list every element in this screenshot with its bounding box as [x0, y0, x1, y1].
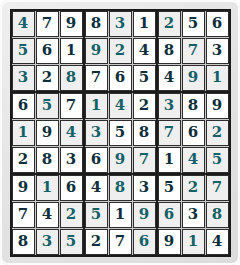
cell-r3c9[interactable]: 1 [206, 65, 229, 91]
cell-r3c2[interactable]: 2 [36, 65, 59, 91]
cell-r3c1[interactable]: 3 [12, 65, 35, 91]
cell-r8c1[interactable]: 7 [12, 202, 35, 228]
cell-r7c7[interactable]: 5 [158, 175, 181, 201]
cell-r4c5[interactable]: 4 [109, 93, 132, 119]
cell-r6c9[interactable]: 5 [206, 147, 229, 173]
cell-r4c3[interactable]: 7 [60, 93, 83, 119]
cell-r9c7[interactable]: 9 [158, 229, 181, 255]
cell-r5c8[interactable]: 6 [182, 120, 205, 146]
cell-r1c4[interactable]: 8 [85, 11, 108, 37]
cell-r5c3[interactable]: 4 [60, 120, 83, 146]
cell-r3c3[interactable]: 8 [60, 65, 83, 91]
cell-r5c5[interactable]: 5 [109, 120, 132, 146]
block-1: 479561328 [12, 11, 83, 91]
cell-r7c8[interactable]: 2 [182, 175, 205, 201]
cell-r3c5[interactable]: 6 [109, 65, 132, 91]
cell-r2c8[interactable]: 7 [182, 38, 205, 64]
cell-r6c1[interactable]: 2 [12, 147, 35, 173]
cell-r2c3[interactable]: 1 [60, 38, 83, 64]
cell-r2c6[interactable]: 4 [133, 38, 156, 64]
cell-r5c6[interactable]: 8 [133, 120, 156, 146]
cell-r1c8[interactable]: 5 [182, 11, 205, 37]
cell-r5c2[interactable]: 9 [36, 120, 59, 146]
cell-r8c2[interactable]: 4 [36, 202, 59, 228]
cell-r6c8[interactable]: 4 [182, 147, 205, 173]
cell-r9c1[interactable]: 8 [12, 229, 35, 255]
sudoku-card: 4795613288319247652568734916571942831423… [0, 0, 240, 265]
cell-r6c7[interactable]: 1 [158, 147, 181, 173]
cell-r8c4[interactable]: 5 [85, 202, 108, 228]
block-6: 389762145 [158, 93, 229, 173]
cell-r9c6[interactable]: 6 [133, 229, 156, 255]
cell-r4c8[interactable]: 8 [182, 93, 205, 119]
cell-r8c3[interactable]: 2 [60, 202, 83, 228]
cell-r4c4[interactable]: 1 [85, 93, 108, 119]
cell-r7c9[interactable]: 7 [206, 175, 229, 201]
cell-r8c7[interactable]: 6 [158, 202, 181, 228]
cell-r2c1[interactable]: 5 [12, 38, 35, 64]
cell-r2c9[interactable]: 3 [206, 38, 229, 64]
cell-r6c5[interactable]: 9 [109, 147, 132, 173]
cell-r2c2[interactable]: 6 [36, 38, 59, 64]
cell-r7c4[interactable]: 4 [85, 175, 108, 201]
cell-r1c1[interactable]: 4 [12, 11, 35, 37]
cell-r3c7[interactable]: 4 [158, 65, 181, 91]
cell-r9c3[interactable]: 5 [60, 229, 83, 255]
cell-r1c6[interactable]: 1 [133, 11, 156, 37]
cell-r7c2[interactable]: 1 [36, 175, 59, 201]
cell-r5c7[interactable]: 7 [158, 120, 181, 146]
cell-r3c6[interactable]: 5 [133, 65, 156, 91]
cell-r9c5[interactable]: 7 [109, 229, 132, 255]
cell-r5c4[interactable]: 3 [85, 120, 108, 146]
cell-r7c6[interactable]: 3 [133, 175, 156, 201]
cell-r4c9[interactable]: 9 [206, 93, 229, 119]
cell-r8c8[interactable]: 3 [182, 202, 205, 228]
cell-r4c6[interactable]: 2 [133, 93, 156, 119]
cell-r1c7[interactable]: 2 [158, 11, 181, 37]
cell-r6c6[interactable]: 7 [133, 147, 156, 173]
cell-r7c3[interactable]: 6 [60, 175, 83, 201]
block-3: 256873491 [158, 11, 229, 91]
block-9: 527638914 [158, 175, 229, 255]
cell-r1c2[interactable]: 7 [36, 11, 59, 37]
cell-r1c3[interactable]: 9 [60, 11, 83, 37]
cell-r9c9[interactable]: 4 [206, 229, 229, 255]
cell-r6c2[interactable]: 8 [36, 147, 59, 173]
board: 4795613288319247652568734916571942831423… [10, 9, 231, 257]
cell-r5c9[interactable]: 2 [206, 120, 229, 146]
block-7: 916742835 [12, 175, 83, 255]
cell-r6c4[interactable]: 6 [85, 147, 108, 173]
cell-r4c1[interactable]: 6 [12, 93, 35, 119]
cell-r7c1[interactable]: 9 [12, 175, 35, 201]
cell-r6c3[interactable]: 3 [60, 147, 83, 173]
cell-r2c5[interactable]: 2 [109, 38, 132, 64]
cell-r9c8[interactable]: 1 [182, 229, 205, 255]
cell-r1c9[interactable]: 6 [206, 11, 229, 37]
cell-r4c2[interactable]: 5 [36, 93, 59, 119]
block-5: 142358697 [85, 93, 156, 173]
cell-r1c5[interactable]: 3 [109, 11, 132, 37]
cell-r9c4[interactable]: 2 [85, 229, 108, 255]
block-2: 831924765 [85, 11, 156, 91]
cell-r7c5[interactable]: 8 [109, 175, 132, 201]
block-4: 657194283 [12, 93, 83, 173]
cell-r8c6[interactable]: 9 [133, 202, 156, 228]
cell-r3c4[interactable]: 7 [85, 65, 108, 91]
cell-r9c2[interactable]: 3 [36, 229, 59, 255]
cell-r4c7[interactable]: 3 [158, 93, 181, 119]
cell-r8c5[interactable]: 1 [109, 202, 132, 228]
block-8: 483519276 [85, 175, 156, 255]
cell-r3c8[interactable]: 9 [182, 65, 205, 91]
cell-r5c1[interactable]: 1 [12, 120, 35, 146]
cell-r8c9[interactable]: 8 [206, 202, 229, 228]
cell-r2c7[interactable]: 8 [158, 38, 181, 64]
cell-r2c4[interactable]: 9 [85, 38, 108, 64]
